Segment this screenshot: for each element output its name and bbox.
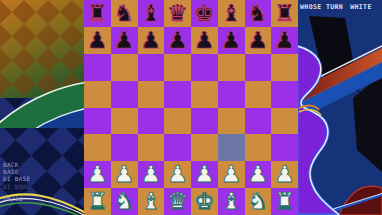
sidebar-captions: BACK BASE DI BASE DI BOAD 2022B — [3, 161, 73, 202]
square-c7[interactable]: ♟ — [138, 27, 165, 54]
white-king: ♚ — [191, 188, 218, 215]
square-e6[interactable] — [191, 54, 218, 81]
square-g7[interactable]: ♟ — [245, 27, 272, 54]
square-c5[interactable] — [138, 81, 165, 108]
square-g8[interactable]: ♞ — [245, 0, 272, 27]
square-d2[interactable]: ♟ — [164, 161, 191, 188]
square-d5[interactable] — [164, 81, 191, 108]
square-c3[interactable] — [138, 134, 165, 161]
black-rook: ♜ — [84, 0, 111, 27]
square-h4[interactable] — [271, 108, 298, 135]
square-f7[interactable]: ♟ — [218, 27, 245, 54]
square-h3[interactable] — [271, 134, 298, 161]
square-e5[interactable] — [191, 81, 218, 108]
square-e4[interactable] — [191, 108, 218, 135]
turn-value: WHITE — [350, 3, 372, 11]
square-d7[interactable]: ♟ — [164, 27, 191, 54]
square-e3[interactable] — [191, 134, 218, 161]
white-bishop: ♝ — [218, 188, 245, 215]
square-d3[interactable] — [164, 134, 191, 161]
white-knight: ♞ — [245, 188, 272, 215]
black-king: ♚ — [191, 0, 218, 27]
square-d4[interactable] — [164, 108, 191, 135]
square-d6[interactable] — [164, 54, 191, 81]
square-c4[interactable] — [138, 108, 165, 135]
square-b2[interactable]: ♟ — [111, 161, 138, 188]
square-a8[interactable]: ♜ — [84, 0, 111, 27]
square-d1[interactable]: ♛ — [164, 188, 191, 215]
turn-label: WHOSE TURN — [300, 3, 343, 11]
square-h8[interactable]: ♜ — [271, 0, 298, 27]
sidebar-caption-line: 2022B — [3, 195, 73, 202]
square-b1[interactable]: ♞ — [111, 188, 138, 215]
square-h2[interactable]: ♟ — [271, 161, 298, 188]
square-a1[interactable]: ♜ — [84, 188, 111, 215]
black-knight: ♞ — [245, 0, 272, 27]
square-h7[interactable]: ♟ — [271, 27, 298, 54]
black-pawn: ♟ — [138, 27, 165, 54]
square-h5[interactable] — [271, 81, 298, 108]
square-e1[interactable]: ♚ — [191, 188, 218, 215]
square-b5[interactable] — [111, 81, 138, 108]
square-f4[interactable] — [218, 108, 245, 135]
square-b4[interactable] — [111, 108, 138, 135]
square-h1[interactable]: ♜ — [271, 188, 298, 215]
square-f6[interactable] — [218, 54, 245, 81]
white-pawn: ♟ — [84, 161, 111, 188]
square-f3[interactable] — [218, 134, 245, 161]
square-e2[interactable]: ♟ — [191, 161, 218, 188]
white-pawn: ♟ — [111, 161, 138, 188]
black-pawn: ♟ — [111, 27, 138, 54]
square-d8[interactable]: ♛ — [164, 0, 191, 27]
square-b7[interactable]: ♟ — [111, 27, 138, 54]
white-queen: ♛ — [164, 188, 191, 215]
square-a7[interactable]: ♟ — [84, 27, 111, 54]
white-bishop: ♝ — [138, 188, 165, 215]
chess-board: ♜♞♝♛♚♝♞♜♟♟♟♟♟♟♟♟♟♟♟♟♟♟♟♟♜♞♝♛♚♝♞♜ — [84, 0, 298, 215]
square-e7[interactable]: ♟ — [191, 27, 218, 54]
square-f8[interactable]: ♝ — [218, 0, 245, 27]
white-pawn: ♟ — [191, 161, 218, 188]
white-pawn: ♟ — [271, 161, 298, 188]
white-knight: ♞ — [111, 188, 138, 215]
square-c1[interactable]: ♝ — [138, 188, 165, 215]
square-c8[interactable]: ♝ — [138, 0, 165, 27]
square-b3[interactable] — [111, 134, 138, 161]
black-pawn: ♟ — [245, 27, 272, 54]
square-g6[interactable] — [245, 54, 272, 81]
square-a6[interactable] — [84, 54, 111, 81]
black-pawn: ♟ — [271, 27, 298, 54]
black-knight: ♞ — [111, 0, 138, 27]
sidebar-caption-line: DI BASE — [3, 175, 73, 182]
square-a2[interactable]: ♟ — [84, 161, 111, 188]
right-art-panel — [297, 0, 382, 215]
white-rook: ♜ — [84, 188, 111, 215]
white-pawn: ♟ — [218, 161, 245, 188]
square-g2[interactable]: ♟ — [245, 161, 272, 188]
white-pawn: ♟ — [245, 161, 272, 188]
black-pawn: ♟ — [164, 27, 191, 54]
square-g3[interactable] — [245, 134, 272, 161]
black-rook: ♜ — [271, 0, 298, 27]
square-b8[interactable]: ♞ — [111, 0, 138, 27]
square-a3[interactable] — [84, 134, 111, 161]
square-b6[interactable] — [111, 54, 138, 81]
square-f2[interactable]: ♟ — [218, 161, 245, 188]
square-c2[interactable]: ♟ — [138, 161, 165, 188]
white-pawn: ♟ — [138, 161, 165, 188]
square-g5[interactable] — [245, 81, 272, 108]
turn-indicator: WHOSE TURN WHITE — [300, 3, 380, 11]
square-h6[interactable] — [271, 54, 298, 81]
black-queen: ♛ — [164, 0, 191, 27]
square-g4[interactable] — [245, 108, 272, 135]
square-a4[interactable] — [84, 108, 111, 135]
black-pawn: ♟ — [191, 27, 218, 54]
square-f1[interactable]: ♝ — [218, 188, 245, 215]
square-e8[interactable]: ♚ — [191, 0, 218, 27]
square-a5[interactable] — [84, 81, 111, 108]
black-pawn: ♟ — [218, 27, 245, 54]
black-pawn: ♟ — [84, 27, 111, 54]
square-c6[interactable] — [138, 54, 165, 81]
black-bishop: ♝ — [138, 0, 165, 27]
sidebar-caption-line: DI BOAD — [3, 183, 73, 190]
game-window: WHOSE TURN WHITE BACK BASE DI BASE DI BO… — [0, 0, 382, 215]
square-g1[interactable]: ♞ — [245, 188, 272, 215]
white-pawn: ♟ — [164, 161, 191, 188]
sidebar-caption-line: BACK — [3, 161, 73, 168]
square-f5[interactable] — [218, 81, 245, 108]
white-rook: ♜ — [271, 188, 298, 215]
sidebar-caption-line: BASE — [3, 168, 73, 175]
black-bishop: ♝ — [218, 0, 245, 27]
